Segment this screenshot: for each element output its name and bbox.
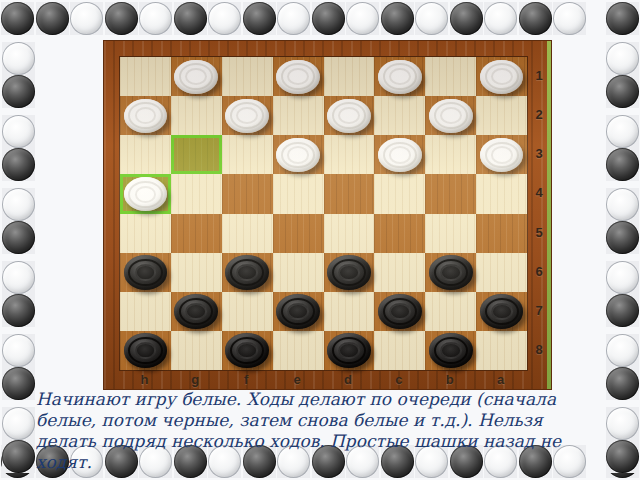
square-f7[interactable] <box>222 292 273 331</box>
square-d8[interactable] <box>324 331 375 370</box>
rank-label-1: 1 <box>528 56 550 95</box>
white-checker-decor <box>606 334 639 367</box>
white-checker-decor <box>2 42 35 75</box>
white-checker-b2 <box>429 99 473 133</box>
black-checker-b6 <box>429 255 473 289</box>
white-checker-decor <box>606 261 639 294</box>
file-label-f: f <box>221 371 272 389</box>
black-checker-decor <box>312 2 345 35</box>
square-g8[interactable] <box>171 331 222 370</box>
square-c3[interactable] <box>374 135 425 174</box>
black-checker-decor <box>2 75 35 108</box>
square-g3[interactable] <box>171 135 222 174</box>
black-checker-decor <box>243 2 276 35</box>
square-h6[interactable] <box>120 253 171 292</box>
square-c4[interactable] <box>374 174 425 213</box>
square-f8[interactable] <box>222 331 273 370</box>
square-c2[interactable] <box>374 96 425 135</box>
square-b5[interactable] <box>425 214 476 253</box>
black-checker-c7 <box>378 294 422 328</box>
white-checker-decor <box>2 261 35 294</box>
black-checker-d8 <box>327 333 371 367</box>
rank-label-6: 6 <box>528 252 550 291</box>
square-b6[interactable] <box>425 253 476 292</box>
white-checker-c3 <box>378 138 422 172</box>
square-c8[interactable] <box>374 331 425 370</box>
file-label-b: b <box>424 371 475 389</box>
black-checker-decor <box>174 2 207 35</box>
white-checker-decor <box>70 2 103 35</box>
black-checker-g7 <box>174 294 218 328</box>
white-checker-decor <box>2 188 35 221</box>
square-g2[interactable] <box>171 96 222 135</box>
square-d4[interactable] <box>324 174 375 213</box>
square-f3[interactable] <box>222 135 273 174</box>
white-checker-f2 <box>225 99 269 133</box>
square-e1[interactable] <box>273 57 324 96</box>
rank-label-4: 4 <box>528 173 550 212</box>
square-c6[interactable] <box>374 253 425 292</box>
file-label-a: a <box>475 371 526 389</box>
square-e3[interactable] <box>273 135 324 174</box>
black-checker-decor <box>2 294 35 327</box>
caption-line: делать подряд несколько ходов. Простые ш… <box>36 431 561 452</box>
square-e2[interactable] <box>273 96 324 135</box>
square-g5[interactable] <box>171 214 222 253</box>
white-checker-decor <box>2 115 35 148</box>
square-f4[interactable] <box>222 174 273 213</box>
black-checker-decor <box>381 2 414 35</box>
square-d5[interactable] <box>324 214 375 253</box>
black-checker-decor <box>2 367 35 400</box>
white-checker-a3 <box>480 138 524 172</box>
square-g7[interactable] <box>171 292 222 331</box>
square-a1[interactable] <box>476 57 527 96</box>
square-a4[interactable] <box>476 174 527 213</box>
square-b2[interactable] <box>425 96 476 135</box>
square-b4[interactable] <box>425 174 476 213</box>
rank-label-8: 8 <box>528 330 550 369</box>
white-checker-c1 <box>378 60 422 94</box>
square-h2[interactable] <box>120 96 171 135</box>
white-checker-decor <box>2 334 35 367</box>
square-f1[interactable] <box>222 57 273 96</box>
black-checker-decor <box>2 148 35 181</box>
square-g1[interactable] <box>171 57 222 96</box>
square-d6[interactable] <box>324 253 375 292</box>
black-checker-decor <box>606 367 639 400</box>
square-e6[interactable] <box>273 253 324 292</box>
white-checker-h4 <box>124 177 168 211</box>
caption-line: белые, потом черные, затем снова белые и… <box>36 410 561 431</box>
white-checker-h2 <box>124 99 168 133</box>
rank-label-5: 5 <box>528 213 550 252</box>
black-checker-decor <box>2 440 35 473</box>
white-checker-e1 <box>276 60 320 94</box>
white-checker-decor <box>606 188 639 221</box>
square-e7[interactable] <box>273 292 324 331</box>
board-grid <box>119 56 528 371</box>
square-f2[interactable] <box>222 96 273 135</box>
square-b1[interactable] <box>425 57 476 96</box>
white-checker-d2 <box>327 99 371 133</box>
rank-label-3: 3 <box>528 134 550 173</box>
square-h5[interactable] <box>120 214 171 253</box>
white-checker-decor <box>553 2 586 35</box>
square-h4[interactable] <box>120 174 171 213</box>
square-e5[interactable] <box>273 214 324 253</box>
black-checker-decor <box>36 2 69 35</box>
white-checker-decor <box>606 407 639 440</box>
caption-line: Начинают игру белые. Ходы делают по очер… <box>36 389 561 410</box>
black-checker-decor <box>606 75 639 108</box>
caption-line: ходят. <box>36 452 561 473</box>
black-checker-h8 <box>124 333 168 367</box>
square-c5[interactable] <box>374 214 425 253</box>
white-checker-decor <box>484 2 517 35</box>
square-a7[interactable] <box>476 292 527 331</box>
black-checker-decor <box>450 2 483 35</box>
black-checker-a7 <box>480 294 524 328</box>
black-checker-e7 <box>276 294 320 328</box>
square-h3[interactable] <box>120 135 171 174</box>
square-d2[interactable] <box>324 96 375 135</box>
file-label-h: h <box>119 371 170 389</box>
black-checker-decor <box>1 2 34 35</box>
white-checker-decor <box>346 2 379 35</box>
square-g6[interactable] <box>171 253 222 292</box>
white-checker-decor <box>208 2 241 35</box>
square-d7[interactable] <box>324 292 375 331</box>
black-checker-decor <box>606 440 639 473</box>
square-g4[interactable] <box>171 174 222 213</box>
white-checker-e3 <box>276 138 320 172</box>
white-checker-a1 <box>480 60 524 94</box>
black-checker-b8 <box>429 333 473 367</box>
black-checker-decor <box>606 294 639 327</box>
square-b8[interactable] <box>425 331 476 370</box>
square-a5[interactable] <box>476 214 527 253</box>
white-checker-decor <box>415 2 448 35</box>
black-checker-f6 <box>225 255 269 289</box>
white-checker-decor <box>606 42 639 75</box>
square-f6[interactable] <box>222 253 273 292</box>
file-label-c: c <box>373 371 424 389</box>
square-h8[interactable] <box>120 331 171 370</box>
white-checker-decor <box>606 115 639 148</box>
white-checker-g1 <box>174 60 218 94</box>
square-a2[interactable] <box>476 96 527 135</box>
black-checker-decor <box>519 2 552 35</box>
square-d1[interactable] <box>324 57 375 96</box>
square-a3[interactable] <box>476 135 527 174</box>
file-label-d: d <box>323 371 374 389</box>
square-c1[interactable] <box>374 57 425 96</box>
square-h7[interactable] <box>120 292 171 331</box>
caption: Начинают игру белые. Ходы делают по очер… <box>36 389 561 473</box>
square-d3[interactable] <box>324 135 375 174</box>
black-checker-decor <box>606 148 639 181</box>
black-checker-decor <box>606 2 639 35</box>
black-checker-decor <box>2 221 35 254</box>
square-e8[interactable] <box>273 331 324 370</box>
square-b7[interactable] <box>425 292 476 331</box>
slide: { "game": "checkers (Russian draughts), … <box>0 0 640 480</box>
square-a6[interactable] <box>476 253 527 292</box>
black-checker-decor <box>105 2 138 35</box>
square-b3[interactable] <box>425 135 476 174</box>
black-checker-d6 <box>327 255 371 289</box>
file-label-e: e <box>272 371 323 389</box>
white-checker-decor <box>277 2 310 35</box>
black-checker-decor <box>606 221 639 254</box>
file-label-g: g <box>170 371 221 389</box>
white-checker-decor <box>2 407 35 440</box>
rank-label-2: 2 <box>528 95 550 134</box>
square-h1[interactable] <box>120 57 171 96</box>
rank-label-7: 7 <box>528 291 550 330</box>
square-c7[interactable] <box>374 292 425 331</box>
board-image: 12345678hgfedcba <box>103 40 552 390</box>
square-a8[interactable] <box>476 331 527 370</box>
black-checker-h6 <box>124 255 168 289</box>
square-f5[interactable] <box>222 214 273 253</box>
white-checker-decor <box>139 2 172 35</box>
square-e4[interactable] <box>273 174 324 213</box>
black-checker-f8 <box>225 333 269 367</box>
